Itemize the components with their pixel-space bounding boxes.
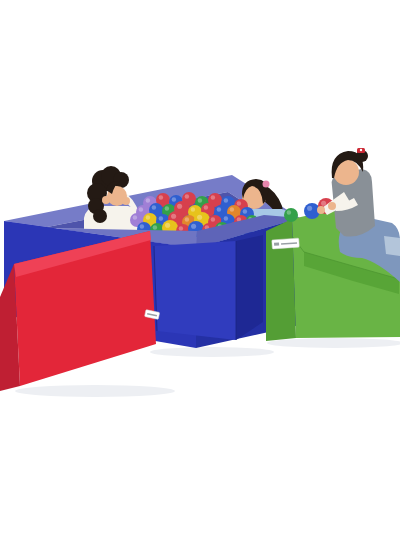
green-staircase <box>266 198 400 341</box>
child-middle-hair-tie <box>263 181 270 188</box>
green-staircase-brand-label <box>272 238 300 249</box>
ball-pit-corner-block-right-face <box>236 235 263 340</box>
green-staircase-side-face <box>266 219 296 341</box>
product-photo-stage: Three toddlers playing on a soft-play fo… <box>0 0 400 540</box>
softplay-scene: Three toddlers playing on a soft-play fo… <box>0 0 400 540</box>
play-ball <box>284 208 298 222</box>
child-right-hand-2 <box>328 202 336 210</box>
child-left-hand <box>122 197 130 205</box>
ball-pit-corner-block-left-face <box>154 241 236 340</box>
child-right-hand-1 <box>317 206 325 214</box>
child-right-jean-cuff <box>384 236 400 256</box>
